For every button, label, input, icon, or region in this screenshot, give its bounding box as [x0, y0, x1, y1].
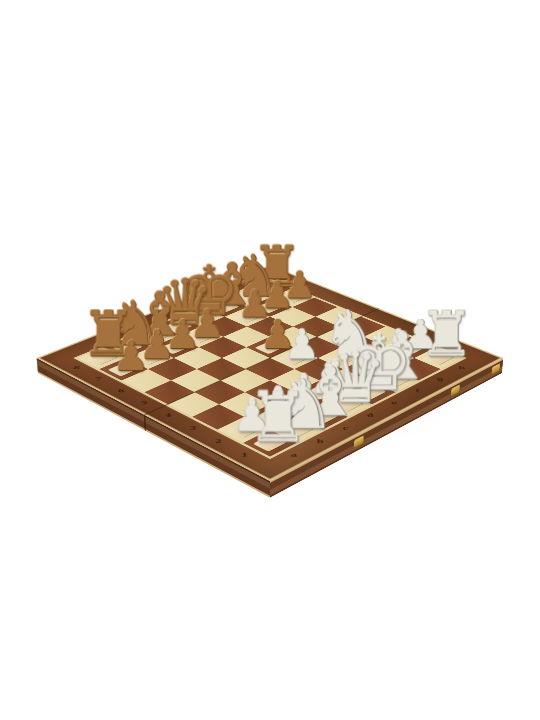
- piece-base: [253, 409, 287, 425]
- piece-white-pawn-c2: ♟: [270, 392, 321, 417]
- bishop-glyph: ♝: [300, 364, 360, 421]
- brass-clasp-3: [491, 363, 500, 374]
- piece-base: [352, 362, 383, 377]
- product-photo: 87654321 abcdefgh ♜♞♟♝♟♚♟♛♝♟♞♟♟♟♜♟♟♞♟♜♟♟…: [0, 0, 540, 720]
- brass-clasp-2: [451, 384, 460, 396]
- piece-base: [305, 409, 338, 425]
- piece-base: [304, 385, 336, 400]
- pawn-glyph: ♟: [232, 396, 271, 433]
- piece-base: [253, 434, 288, 451]
- fold-seam-side: [144, 415, 146, 432]
- brass-clasp-1: [354, 435, 364, 448]
